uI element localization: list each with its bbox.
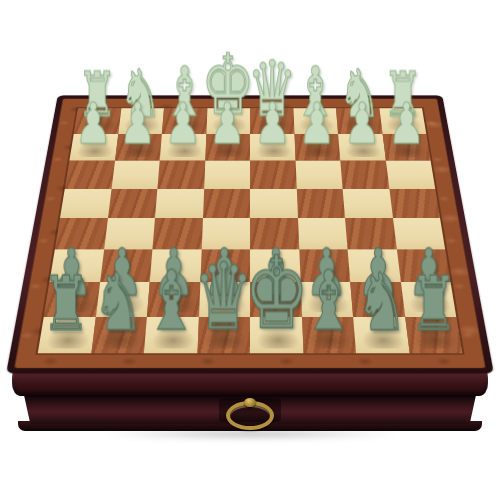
board-square — [389, 188, 440, 218]
chess-piece-bB: ♝ — [144, 264, 197, 340]
board-square: ♟ — [160, 134, 206, 161]
board-square: ♞ — [91, 317, 147, 354]
board-square — [203, 188, 251, 218]
chess-piece-wP: ♟ — [209, 98, 246, 150]
board-square — [250, 160, 296, 188]
chess-piece-wP: ♟ — [254, 98, 291, 150]
board-square: ♛ — [197, 317, 250, 354]
board-square — [157, 160, 204, 188]
board-square — [204, 160, 250, 188]
board-square: ♟ — [382, 134, 430, 161]
board-square — [340, 160, 389, 188]
board-square: ♟ — [250, 134, 295, 161]
board-square — [111, 160, 160, 188]
board-square: ♝ — [144, 317, 199, 354]
chess-piece-wP: ♟ — [119, 98, 156, 150]
board-square: ♝ — [302, 317, 357, 354]
chess-board: ♜♞♝♚♛♝♞♜♟♟♟♟♟♟♟♟♟♟♟♟♟♟♟♟♜♞♝♛♚♝♞♜ — [6, 95, 494, 373]
chess-piece-bN: ♞ — [356, 266, 408, 339]
board-square: ♟ — [338, 134, 385, 161]
board-square: ♞ — [353, 317, 409, 354]
board-squares-grid: ♜♞♝♚♛♝♞♜♟♟♟♟♟♟♟♟♟♟♟♟♟♟♟♟♜♞♝♛♚♝♞♜ — [38, 108, 462, 353]
board-square — [295, 160, 342, 188]
chess-piece-bB: ♝ — [302, 264, 355, 340]
board-square — [343, 188, 393, 218]
board-square — [108, 188, 158, 218]
board-square — [385, 160, 435, 188]
board-square: ♜ — [405, 317, 463, 354]
chess-piece-bR: ♜ — [42, 271, 90, 340]
board-square: ♟ — [69, 134, 117, 161]
chess-piece-bK: ♚ — [244, 247, 309, 339]
chess-piece-wP: ♟ — [344, 98, 381, 150]
chess-piece-wP: ♟ — [299, 98, 336, 150]
board-square — [296, 188, 345, 218]
board-square: ♚ — [250, 317, 303, 354]
board-square: ♟ — [294, 134, 340, 161]
chess-set-photo: ♜♞♝♚♛♝♞♜♟♟♟♟♟♟♟♟♟♟♟♟♟♟♟♟♜♞♝♛♚♝♞♜ — [0, 0, 500, 500]
board-perspective-scene: ♜♞♝♚♛♝♞♜♟♟♟♟♟♟♟♟♟♟♟♟♟♟♟♟♜♞♝♛♚♝♞♜ — [0, 0, 500, 500]
board-square: ♜ — [38, 317, 96, 354]
board-square: ♟ — [205, 134, 250, 161]
board-square: ♟ — [115, 134, 162, 161]
board-square — [155, 188, 204, 218]
chess-piece-wP: ♟ — [388, 98, 425, 150]
chess-piece-wP: ♟ — [75, 98, 112, 150]
chess-piece-wP: ♟ — [164, 98, 201, 150]
board-square — [250, 188, 298, 218]
chess-piece-bN: ♞ — [93, 266, 145, 339]
chess-piece-bR: ♜ — [410, 271, 458, 340]
board-square — [65, 160, 115, 188]
board-square — [60, 188, 111, 218]
